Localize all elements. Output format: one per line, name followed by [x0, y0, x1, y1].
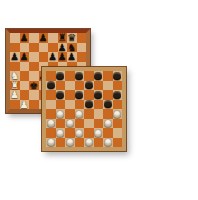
checkers-square-r3c3[interactable]: [75, 100, 85, 110]
checker-light-man[interactable]: [56, 129, 64, 137]
checkers-square-r1c5[interactable]: [94, 81, 104, 91]
checker-dark-man[interactable]: [94, 91, 102, 99]
chess-piece-black-pawn[interactable]: ♟: [20, 52, 29, 62]
chess-square-r2c6[interactable]: ♟: [67, 52, 77, 62]
chess-square-r0c4[interactable]: [48, 33, 58, 43]
chess-square-r6c0[interactable]: ♟: [10, 90, 20, 100]
checker-light-man[interactable]: [66, 119, 74, 127]
chess-square-r5c2[interactable]: ♚: [29, 81, 39, 91]
chess-square-r7c0[interactable]: [10, 100, 20, 110]
checkers-square-r2c1[interactable]: [56, 90, 66, 100]
checkers-square-r6c1[interactable]: [56, 128, 66, 138]
checkers-square-r7c4[interactable]: [84, 138, 94, 148]
checkers-square-r4c1[interactable]: [56, 109, 66, 119]
chess-square-r1c3[interactable]: [39, 43, 49, 53]
checkers-square-r4c5[interactable]: [94, 109, 104, 119]
chess-square-r0c7[interactable]: [77, 33, 87, 43]
chess-piece-black-king[interactable]: ♚: [29, 80, 38, 90]
chess-square-r2c0[interactable]: ♟: [10, 52, 20, 62]
product-photo-scene: ♟♟♜♛♟♞♟♟♟♟♟♞♟♜♚♟♟: [0, 0, 198, 200]
checkers-square-r4c2[interactable]: [65, 109, 75, 119]
chess-square-r2c7[interactable]: [77, 52, 87, 62]
checkers-square-r6c6[interactable]: [103, 128, 113, 138]
chess-square-r0c0[interactable]: [10, 33, 20, 43]
checkers-square-r0c1[interactable]: [56, 71, 66, 81]
checkers-square-r0c7[interactable]: [113, 71, 123, 81]
checker-light-man[interactable]: [113, 110, 121, 118]
checkers-square-r5c5[interactable]: [94, 119, 104, 129]
checkers-square-r0c0[interactable]: [46, 71, 56, 81]
chess-square-r0c3[interactable]: ♟: [39, 33, 49, 43]
checkers-square-r2c7[interactable]: [113, 90, 123, 100]
chess-piece-black-pawn[interactable]: ♟: [20, 33, 29, 43]
checker-light-man[interactable]: [85, 138, 93, 146]
chess-square-r4c1[interactable]: [20, 71, 30, 81]
checkers-square-r1c2[interactable]: [65, 81, 75, 91]
checker-light-man[interactable]: [94, 129, 102, 137]
checkers-square-r7c1[interactable]: [56, 138, 66, 148]
chess-piece-black-pawn[interactable]: ♟: [67, 52, 76, 62]
checkers-square-r5c4[interactable]: [84, 119, 94, 129]
checkers-square-r1c6[interactable]: [103, 81, 113, 91]
checkers-square-r0c2[interactable]: [65, 71, 75, 81]
checker-dark-man[interactable]: [113, 91, 121, 99]
checkers-square-r0c3[interactable]: [75, 71, 85, 81]
chess-square-r0c2[interactable]: [29, 33, 39, 43]
chess-square-r3c1[interactable]: [20, 62, 30, 72]
checker-light-man[interactable]: [104, 119, 112, 127]
checkers-square-r1c1[interactable]: [56, 81, 66, 91]
checkers-square-r1c4[interactable]: [84, 81, 94, 91]
checkers-square-r6c4[interactable]: [84, 128, 94, 138]
checkers-square-r5c2[interactable]: [65, 119, 75, 129]
checker-dark-man[interactable]: [56, 72, 64, 80]
checkers-square-r6c0[interactable]: [46, 128, 56, 138]
checkers-square-r3c5[interactable]: [94, 100, 104, 110]
checkers-square-r3c4[interactable]: [84, 100, 94, 110]
chess-square-r0c1[interactable]: ♟: [20, 33, 30, 43]
chess-square-r2c2[interactable]: [29, 52, 39, 62]
checkers-square-r0c6[interactable]: [103, 71, 113, 81]
chess-piece-black-pawn[interactable]: ♟: [48, 52, 57, 62]
checkers-square-r5c7[interactable]: [113, 119, 123, 129]
checker-dark-man[interactable]: [85, 100, 93, 108]
checkers-square-r5c3[interactable]: [75, 119, 85, 129]
checkers-square-r4c0[interactable]: [46, 109, 56, 119]
checker-light-man[interactable]: [75, 129, 83, 137]
chess-square-r1c2[interactable]: [29, 43, 39, 53]
checkers-square-r2c0[interactable]: [46, 90, 56, 100]
chess-piece-black-pawn[interactable]: ♟: [58, 52, 67, 62]
checkers-square-r1c7[interactable]: [113, 81, 123, 91]
chess-square-r2c3[interactable]: [39, 52, 49, 62]
checker-dark-man[interactable]: [94, 72, 102, 80]
checker-dark-man[interactable]: [85, 81, 93, 89]
checkers-square-r6c3[interactable]: [75, 128, 85, 138]
checkers-square-r4c7[interactable]: [113, 109, 123, 119]
checkers-square-r3c6[interactable]: [103, 100, 113, 110]
chess-square-r2c4[interactable]: ♟: [48, 52, 58, 62]
checkers-square-r2c3[interactable]: [75, 90, 85, 100]
checkers-square-r7c0[interactable]: [46, 138, 56, 148]
checker-light-man[interactable]: [47, 138, 55, 146]
checker-dark-man[interactable]: [56, 91, 64, 99]
checkers-square-r5c0[interactable]: [46, 119, 56, 129]
checker-dark-man[interactable]: [47, 81, 55, 89]
checkers-square-r7c3[interactable]: [75, 138, 85, 148]
checkers-square-r4c4[interactable]: [84, 109, 94, 119]
checkers-square-r5c6[interactable]: [103, 119, 113, 129]
checkers-square-r0c4[interactable]: [84, 71, 94, 81]
checkers-square-r3c0[interactable]: [46, 100, 56, 110]
chess-square-r7c1[interactable]: ♟: [20, 100, 30, 110]
chess-square-r5c1[interactable]: [20, 81, 30, 91]
checkers-square-r1c0[interactable]: [46, 81, 56, 91]
chess-piece-black-pawn[interactable]: ♟: [39, 33, 48, 43]
checkers-square-r4c6[interactable]: [103, 109, 113, 119]
checkers-square-r6c5[interactable]: [94, 128, 104, 138]
chess-square-r1c7[interactable]: [77, 43, 87, 53]
checker-light-man[interactable]: [56, 110, 64, 118]
checker-dark-man[interactable]: [104, 100, 112, 108]
checkers-square-r0c5[interactable]: [94, 71, 104, 81]
checkers-square-r2c5[interactable]: [94, 90, 104, 100]
chess-piece-white-pawn[interactable]: ♟: [20, 99, 29, 109]
chess-square-r6c2[interactable]: [29, 90, 39, 100]
checker-dark-man[interactable]: [113, 72, 121, 80]
checkers-square-r6c7[interactable]: [113, 128, 123, 138]
checkers-square-r4c3[interactable]: [75, 109, 85, 119]
checker-light-man[interactable]: [75, 110, 83, 118]
checkers-square-r1c3[interactable]: [75, 81, 85, 91]
checkers-square-r3c1[interactable]: [56, 100, 66, 110]
checkers-square-r3c2[interactable]: [65, 100, 75, 110]
checkers-square-r7c2[interactable]: [65, 138, 75, 148]
checker-dark-man[interactable]: [75, 91, 83, 99]
checkers-square-r7c7[interactable]: [113, 138, 123, 148]
checkers-square-r6c2[interactable]: [65, 128, 75, 138]
chess-piece-white-pawn[interactable]: ♟: [10, 90, 19, 100]
checkers-square-r7c5[interactable]: [94, 138, 104, 148]
checkers-square-r2c4[interactable]: [84, 90, 94, 100]
checkers-square-r5c1[interactable]: [56, 119, 66, 129]
checkers-square-r3c7[interactable]: [113, 100, 123, 110]
checker-dark-man[interactable]: [75, 72, 83, 80]
chess-square-r7c2[interactable]: [29, 100, 39, 110]
checker-light-man[interactable]: [104, 138, 112, 146]
chess-square-r2c1[interactable]: ♟: [20, 52, 30, 62]
checkers-square-r2c6[interactable]: [103, 90, 113, 100]
checkers-square-r2c2[interactable]: [65, 90, 75, 100]
chess-piece-black-pawn[interactable]: ♟: [10, 52, 19, 62]
checkers-board[interactable]: [42, 67, 126, 151]
checker-light-man[interactable]: [66, 138, 74, 146]
checker-light-man[interactable]: [47, 119, 55, 127]
checkers-square-r7c6[interactable]: [103, 138, 113, 148]
chess-square-r2c5[interactable]: ♟: [58, 52, 68, 62]
chess-square-r3c2[interactable]: [29, 62, 39, 72]
